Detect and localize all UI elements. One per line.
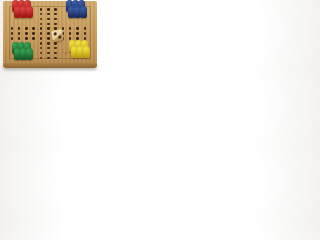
track-hole-r4c5[interactable] [47,27,50,30]
track-hole-r6c3[interactable] [32,37,35,40]
track-hole-r6c5[interactable] [47,37,50,40]
track-hole-r4c0[interactable] [11,27,14,30]
track-hole-r9c5[interactable] [47,52,50,55]
track-hole-r5c9[interactable] [76,32,79,35]
track-hole-r2c5[interactable] [47,18,50,21]
track-hole-r7c4[interactable] [40,42,43,45]
track-hole-r5c0[interactable] [11,32,14,35]
track-hole-r4c10[interactable] [84,27,87,30]
track-hole-r10c6[interactable] [54,57,57,60]
track-hole-r10c5[interactable] [47,57,50,60]
track-hole-r7c5[interactable] [47,42,50,45]
track-hole-r5c4[interactable] [40,32,43,35]
track-hole-r4c3[interactable] [32,27,35,30]
track-hole-r6c0[interactable] [11,37,14,40]
track-hole-r0c6[interactable] [54,8,57,11]
track-hole-r5c5[interactable] [47,32,50,35]
ludo-board-photo: { "game": "Ludo (wooden peg travel board… [0,0,100,75]
die-pip [54,33,57,36]
board-front-edge [3,63,97,68]
track-hole-r0c5[interactable] [47,8,50,11]
track-hole-r4c9[interactable] [76,27,79,30]
track-hole-r3c6[interactable] [54,23,57,26]
track-hole-r3c5[interactable] [47,23,50,26]
blue-peg[interactable] [80,6,87,18]
die[interactable] [51,29,64,42]
track-hole-r4c2[interactable] [25,27,28,30]
track-hole-r7c6[interactable] [54,42,57,45]
track-hole-r9c6[interactable] [54,52,57,55]
red-peg[interactable] [26,6,33,18]
yellow-track-peg[interactable] [63,48,68,53]
green-peg[interactable] [26,48,33,60]
track-hole-r5c10[interactable] [84,32,87,35]
yellow-peg[interactable] [83,46,90,58]
track-hole-r0c4[interactable] [40,8,43,11]
track-hole-r5c2[interactable] [25,32,28,35]
die-pip [59,36,62,39]
track-hole-r6c2[interactable] [25,37,28,40]
track-hole-r5c3[interactable] [32,32,35,35]
